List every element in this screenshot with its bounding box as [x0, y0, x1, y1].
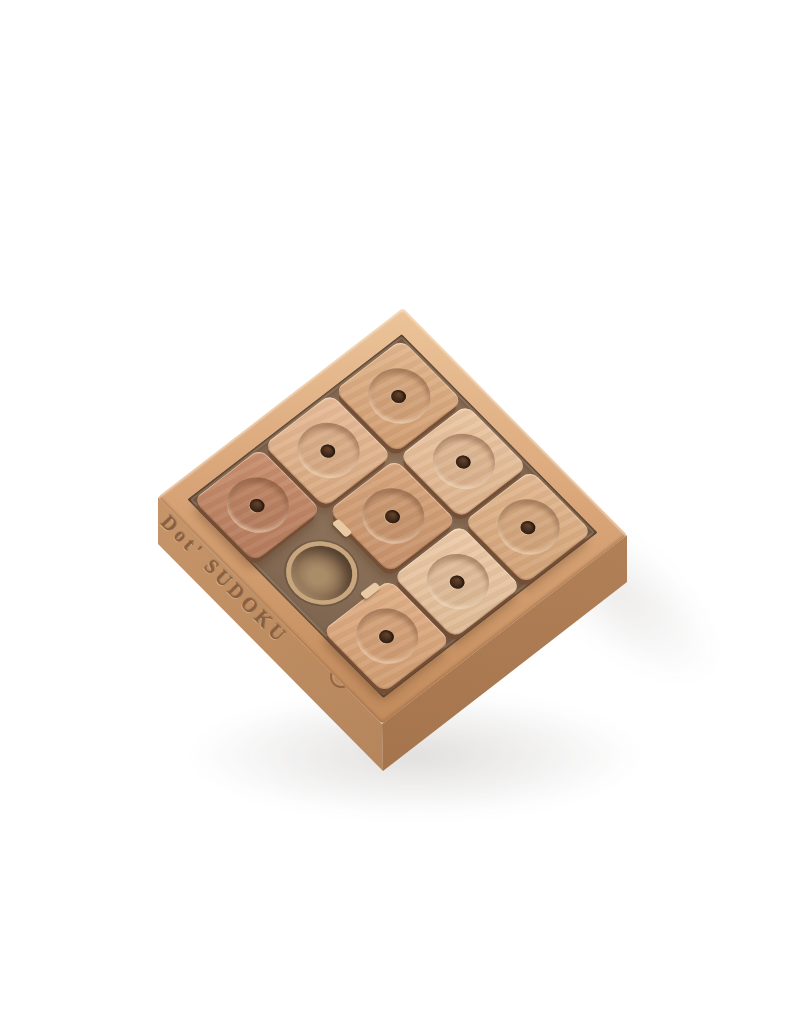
photo-background: Dot' SUDOKU — [0, 0, 800, 1024]
puzzle-board — [158, 308, 627, 724]
